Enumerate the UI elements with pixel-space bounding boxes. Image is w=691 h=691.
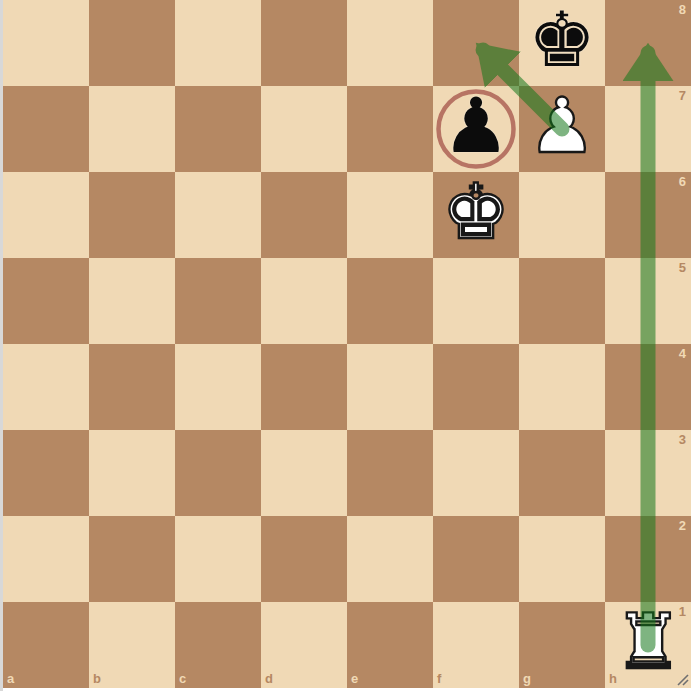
square-e5[interactable] [347,258,433,344]
file-label-a: a [7,671,14,686]
square-b1[interactable]: b [89,602,175,688]
square-h5[interactable]: 5 [605,258,691,344]
square-a8[interactable] [3,0,89,86]
square-h8[interactable]: 8 [605,0,691,86]
square-g3[interactable] [519,430,605,516]
square-f3[interactable] [433,430,519,516]
square-g2[interactable] [519,516,605,602]
square-d7[interactable] [261,86,347,172]
square-h7[interactable]: 7 [605,86,691,172]
square-d4[interactable] [261,344,347,430]
square-c5[interactable] [175,258,261,344]
square-d3[interactable] [261,430,347,516]
square-f8[interactable] [433,0,519,86]
square-e8[interactable] [347,0,433,86]
square-a1[interactable]: a [3,602,89,688]
square-a4[interactable] [3,344,89,430]
board-resize-handle[interactable] [674,671,690,687]
white-king[interactable]: ♚ [433,169,519,255]
file-label-d: d [265,671,273,686]
square-a2[interactable] [3,516,89,602]
square-b2[interactable] [89,516,175,602]
square-c1[interactable]: c [175,602,261,688]
board-grid: ♚8♟♟7♚65432abcdefgh1♜ [3,0,691,688]
file-label-f: f [437,671,441,686]
square-f2[interactable] [433,516,519,602]
square-d8[interactable] [261,0,347,86]
black-pawn[interactable]: ♟ [433,83,519,169]
square-b5[interactable] [89,258,175,344]
square-c7[interactable] [175,86,261,172]
square-e3[interactable] [347,430,433,516]
square-h2[interactable]: 2 [605,516,691,602]
square-h3[interactable]: 3 [605,430,691,516]
square-c4[interactable] [175,344,261,430]
file-label-c: c [179,671,186,686]
square-c8[interactable] [175,0,261,86]
black-king[interactable]: ♚ [519,0,605,83]
rank-label-3: 3 [679,432,686,447]
square-e7[interactable] [347,86,433,172]
square-e2[interactable] [347,516,433,602]
white-pawn[interactable]: ♟ [519,83,605,169]
square-c2[interactable] [175,516,261,602]
square-e1[interactable]: e [347,602,433,688]
rank-label-4: 4 [679,346,686,361]
square-c6[interactable] [175,172,261,258]
square-a5[interactable] [3,258,89,344]
rank-label-5: 5 [679,260,686,275]
square-f7[interactable]: ♟ [433,86,519,172]
square-b7[interactable] [89,86,175,172]
square-b8[interactable] [89,0,175,86]
square-g7[interactable]: ♟ [519,86,605,172]
square-g8[interactable]: ♚ [519,0,605,86]
square-a6[interactable] [3,172,89,258]
square-g5[interactable] [519,258,605,344]
square-f6[interactable]: ♚ [433,172,519,258]
rank-label-7: 7 [679,88,686,103]
square-f1[interactable]: f [433,602,519,688]
rank-label-2: 2 [679,518,686,533]
chess-board: ♚8♟♟7♚65432abcdefgh1♜ [3,0,691,688]
square-e6[interactable] [347,172,433,258]
square-g6[interactable] [519,172,605,258]
square-e4[interactable] [347,344,433,430]
square-b6[interactable] [89,172,175,258]
square-b4[interactable] [89,344,175,430]
square-a3[interactable] [3,430,89,516]
square-d6[interactable] [261,172,347,258]
square-a7[interactable] [3,86,89,172]
square-h6[interactable]: 6 [605,172,691,258]
square-h4[interactable]: 4 [605,344,691,430]
file-label-b: b [93,671,101,686]
square-f5[interactable] [433,258,519,344]
file-label-e: e [351,671,358,686]
square-d5[interactable] [261,258,347,344]
square-g4[interactable] [519,344,605,430]
square-c3[interactable] [175,430,261,516]
square-b3[interactable] [89,430,175,516]
square-d1[interactable]: d [261,602,347,688]
square-d2[interactable] [261,516,347,602]
rank-label-8: 8 [679,2,686,17]
file-label-g: g [523,671,531,686]
square-g1[interactable]: g [519,602,605,688]
square-f4[interactable] [433,344,519,430]
rank-label-6: 6 [679,174,686,189]
